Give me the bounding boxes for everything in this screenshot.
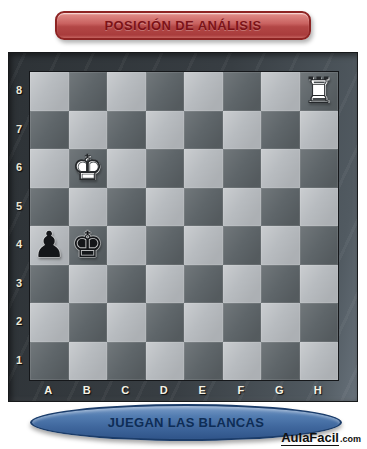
- square-h5: [300, 188, 339, 227]
- square-e4: [184, 226, 223, 265]
- rank-label-8: 8: [9, 71, 29, 110]
- analysis-diagram: POSICIÓN DE ANÁLISIS 87654321 ♜♖♚♔♟♚ ABC…: [0, 0, 367, 449]
- square-h4: [300, 226, 339, 265]
- square-a3: [30, 265, 69, 304]
- square-f7: [223, 111, 262, 150]
- file-label-a: A: [29, 381, 68, 399]
- square-g7: [261, 111, 300, 150]
- brand-suffix: .com: [340, 434, 361, 444]
- analysis-banner: POSICIÓN DE ANÁLISIS: [55, 11, 311, 40]
- square-b6: ♚♔: [69, 149, 108, 188]
- square-c5: [107, 188, 146, 227]
- square-e8: [184, 72, 223, 111]
- turn-banner-label: JUEGAN LAS BLANCAS: [108, 415, 264, 430]
- square-e6: [184, 149, 223, 188]
- square-a8: [30, 72, 69, 111]
- square-c6: [107, 149, 146, 188]
- square-a1: [30, 342, 69, 381]
- square-d2: [146, 303, 185, 342]
- black-pawn: ♟: [30, 226, 69, 265]
- square-b7: [69, 111, 108, 150]
- chess-board: 87654321 ♜♖♚♔♟♚ ABCDEFGH: [8, 52, 358, 402]
- square-c4: [107, 226, 146, 265]
- square-e1: [184, 342, 223, 381]
- square-f5: [223, 188, 262, 227]
- file-label-c: C: [106, 381, 145, 399]
- file-label-e: E: [183, 381, 222, 399]
- square-g3: [261, 265, 300, 304]
- file-label-d: D: [145, 381, 184, 399]
- square-d6: [146, 149, 185, 188]
- square-g5: [261, 188, 300, 227]
- square-e2: [184, 303, 223, 342]
- square-a7: [30, 111, 69, 150]
- square-b4: ♚: [69, 226, 108, 265]
- square-e5: [184, 188, 223, 227]
- board-grid: ♜♖♚♔♟♚: [29, 71, 339, 381]
- square-f4: [223, 226, 262, 265]
- white-king: ♚♔: [69, 149, 108, 188]
- file-label-g: G: [260, 381, 299, 399]
- rank-label-2: 2: [9, 302, 29, 341]
- square-b1: [69, 342, 108, 381]
- rank-label-5: 5: [9, 187, 29, 226]
- square-c2: [107, 303, 146, 342]
- square-e7: [184, 111, 223, 150]
- square-c7: [107, 111, 146, 150]
- square-c1: [107, 342, 146, 381]
- rank-label-1: 1: [9, 341, 29, 380]
- square-d1: [146, 342, 185, 381]
- square-h6: [300, 149, 339, 188]
- square-d8: [146, 72, 185, 111]
- square-a4: ♟: [30, 226, 69, 265]
- square-d5: [146, 188, 185, 227]
- rank-label-7: 7: [9, 110, 29, 149]
- square-e3: [184, 265, 223, 304]
- square-g4: [261, 226, 300, 265]
- square-b5: [69, 188, 108, 227]
- square-h3: [300, 265, 339, 304]
- square-g2: [261, 303, 300, 342]
- square-f6: [223, 149, 262, 188]
- square-b8: [69, 72, 108, 111]
- analysis-banner-label: POSICIÓN DE ANÁLISIS: [104, 18, 261, 33]
- rank-label-6: 6: [9, 148, 29, 187]
- square-c8: [107, 72, 146, 111]
- square-a5: [30, 188, 69, 227]
- file-labels: ABCDEFGH: [29, 381, 337, 399]
- brand-logo: AulaFacil .com: [281, 431, 361, 446]
- square-g6: [261, 149, 300, 188]
- square-a6: [30, 149, 69, 188]
- square-f8: [223, 72, 262, 111]
- square-d3: [146, 265, 185, 304]
- square-h8: ♜♖: [300, 72, 339, 111]
- rank-labels: 87654321: [9, 71, 29, 379]
- file-label-b: B: [68, 381, 107, 399]
- black-king: ♚: [69, 226, 108, 265]
- square-a2: [30, 303, 69, 342]
- square-g8: [261, 72, 300, 111]
- file-label-h: H: [299, 381, 338, 399]
- square-h2: [300, 303, 339, 342]
- square-f1: [223, 342, 262, 381]
- white-rook: ♜♖: [300, 72, 339, 111]
- square-f2: [223, 303, 262, 342]
- square-d4: [146, 226, 185, 265]
- square-h7: [300, 111, 339, 150]
- square-d7: [146, 111, 185, 150]
- square-b2: [69, 303, 108, 342]
- rank-label-4: 4: [9, 225, 29, 264]
- file-label-f: F: [222, 381, 261, 399]
- rank-label-3: 3: [9, 264, 29, 303]
- square-f3: [223, 265, 262, 304]
- square-g1: [261, 342, 300, 381]
- square-h1: [300, 342, 339, 381]
- square-c3: [107, 265, 146, 304]
- square-b3: [69, 265, 108, 304]
- brand-name: AulaFacil: [281, 431, 339, 446]
